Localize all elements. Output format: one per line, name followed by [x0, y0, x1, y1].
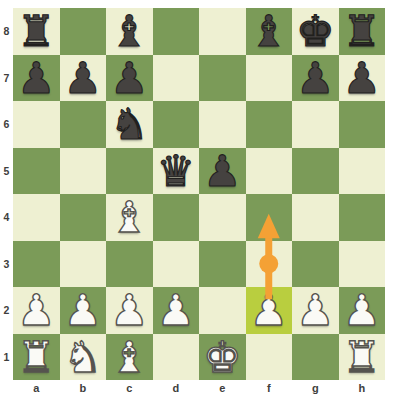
square-a2[interactable]: ♟	[13, 287, 60, 334]
piece-white-pawn[interactable]: ♟	[246, 287, 293, 334]
square-a8[interactable]: ♜	[13, 8, 60, 55]
file-label-a: a	[13, 379, 60, 396]
rank-label-2: 2	[0, 287, 13, 334]
square-g7[interactable]: ♟	[292, 55, 339, 102]
square-g8[interactable]: ♚	[292, 8, 339, 55]
square-e5[interactable]: ♟	[199, 148, 246, 195]
piece-black-pawn[interactable]: ♟	[13, 55, 60, 102]
square-c8[interactable]: ♝	[106, 8, 153, 55]
piece-white-rook[interactable]: ♜	[13, 334, 60, 381]
square-d2[interactable]: ♟	[153, 287, 200, 334]
square-a4[interactable]	[13, 194, 60, 241]
square-e6[interactable]	[199, 101, 246, 148]
square-b1[interactable]: ♞	[60, 334, 107, 381]
piece-white-pawn[interactable]: ♟	[339, 287, 386, 334]
square-c6[interactable]: ♞	[106, 101, 153, 148]
square-h2[interactable]: ♟	[339, 287, 386, 334]
piece-black-pawn[interactable]: ♟	[106, 55, 153, 102]
square-g2[interactable]: ♟	[292, 287, 339, 334]
square-d7[interactable]	[153, 55, 200, 102]
square-a7[interactable]: ♟	[13, 55, 60, 102]
square-c5[interactable]	[106, 148, 153, 195]
square-d3[interactable]	[153, 241, 200, 288]
rank-label-1: 1	[0, 334, 13, 381]
piece-black-knight[interactable]: ♞	[106, 101, 153, 148]
piece-black-king[interactable]: ♚	[292, 8, 339, 55]
rank-label-8: 8	[0, 8, 13, 55]
piece-white-pawn[interactable]: ♟	[292, 287, 339, 334]
square-a5[interactable]	[13, 148, 60, 195]
square-a3[interactable]	[13, 241, 60, 288]
square-d8[interactable]	[153, 8, 200, 55]
chess-app: 87654321 ♜♝♝♚♜♟♟♟♟♟♞♛♟♝♟♟♟♟♟♟♟♜♞♝♚♜ abcd…	[0, 0, 395, 400]
file-label-c: c	[106, 379, 153, 396]
square-b3[interactable]	[60, 241, 107, 288]
square-d4[interactable]	[153, 194, 200, 241]
piece-white-pawn[interactable]: ♟	[106, 287, 153, 334]
square-f2[interactable]: ♟	[246, 287, 293, 334]
piece-black-pawn[interactable]: ♟	[292, 55, 339, 102]
square-h8[interactable]: ♜	[339, 8, 386, 55]
square-c2[interactable]: ♟	[106, 287, 153, 334]
square-b7[interactable]: ♟	[60, 55, 107, 102]
rank-label-4: 4	[0, 194, 13, 241]
square-c7[interactable]: ♟	[106, 55, 153, 102]
square-e3[interactable]	[199, 241, 246, 288]
file-coordinates: abcdefgh	[13, 379, 385, 396]
piece-black-queen[interactable]: ♛	[153, 148, 200, 195]
square-h4[interactable]	[339, 194, 386, 241]
square-f6[interactable]	[246, 101, 293, 148]
square-f7[interactable]	[246, 55, 293, 102]
piece-white-king[interactable]: ♚	[199, 334, 246, 381]
square-d5[interactable]: ♛	[153, 148, 200, 195]
square-h5[interactable]	[339, 148, 386, 195]
square-h6[interactable]	[339, 101, 386, 148]
piece-black-pawn[interactable]: ♟	[199, 148, 246, 195]
rank-label-5: 5	[0, 148, 13, 195]
square-e2[interactable]	[199, 287, 246, 334]
square-e7[interactable]	[199, 55, 246, 102]
square-f3[interactable]	[246, 241, 293, 288]
square-g5[interactable]	[292, 148, 339, 195]
rank-label-7: 7	[0, 55, 13, 102]
square-d6[interactable]	[153, 101, 200, 148]
piece-white-bishop[interactable]: ♝	[106, 334, 153, 381]
square-d1[interactable]	[153, 334, 200, 381]
file-label-f: f	[246, 379, 293, 396]
square-b4[interactable]	[60, 194, 107, 241]
piece-white-bishop[interactable]: ♝	[106, 194, 153, 241]
piece-black-bishop[interactable]: ♝	[246, 8, 293, 55]
square-b5[interactable]	[60, 148, 107, 195]
square-h3[interactable]	[339, 241, 386, 288]
piece-white-pawn[interactable]: ♟	[153, 287, 200, 334]
rank-label-6: 6	[0, 101, 13, 148]
file-label-g: g	[292, 379, 339, 396]
square-a6[interactable]	[13, 101, 60, 148]
piece-white-pawn[interactable]: ♟	[13, 287, 60, 334]
file-label-b: b	[60, 379, 107, 396]
square-g3[interactable]	[292, 241, 339, 288]
file-label-h: h	[339, 379, 386, 396]
chess-board: ♜♝♝♚♜♟♟♟♟♟♞♛♟♝♟♟♟♟♟♟♟♜♞♝♚♜	[13, 8, 385, 380]
rank-label-3: 3	[0, 241, 13, 288]
rank-coordinates: 87654321	[0, 8, 13, 380]
piece-black-rook[interactable]: ♜	[13, 8, 60, 55]
square-c1[interactable]: ♝	[106, 334, 153, 381]
square-f5[interactable]	[246, 148, 293, 195]
square-e1[interactable]: ♚	[199, 334, 246, 381]
square-f1[interactable]	[246, 334, 293, 381]
square-b2[interactable]: ♟	[60, 287, 107, 334]
square-e4[interactable]	[199, 194, 246, 241]
square-g1[interactable]	[292, 334, 339, 381]
file-label-e: e	[199, 379, 246, 396]
square-h1[interactable]: ♜	[339, 334, 386, 381]
file-label-d: d	[153, 379, 200, 396]
square-f4[interactable]	[246, 194, 293, 241]
piece-black-pawn[interactable]: ♟	[339, 55, 386, 102]
piece-white-pawn[interactable]: ♟	[60, 287, 107, 334]
square-e8[interactable]	[199, 8, 246, 55]
square-c4[interactable]: ♝	[106, 194, 153, 241]
square-a1[interactable]: ♜	[13, 334, 60, 381]
piece-white-knight[interactable]: ♞	[60, 334, 107, 381]
square-g4[interactable]	[292, 194, 339, 241]
square-c3[interactable]	[106, 241, 153, 288]
square-b8[interactable]	[60, 8, 107, 55]
square-h7[interactable]: ♟	[339, 55, 386, 102]
piece-black-bishop[interactable]: ♝	[106, 8, 153, 55]
piece-black-pawn[interactable]: ♟	[60, 55, 107, 102]
piece-white-rook[interactable]: ♜	[339, 334, 386, 381]
square-b6[interactable]	[60, 101, 107, 148]
piece-black-rook[interactable]: ♜	[339, 8, 386, 55]
square-g6[interactable]	[292, 101, 339, 148]
square-f8[interactable]: ♝	[246, 8, 293, 55]
